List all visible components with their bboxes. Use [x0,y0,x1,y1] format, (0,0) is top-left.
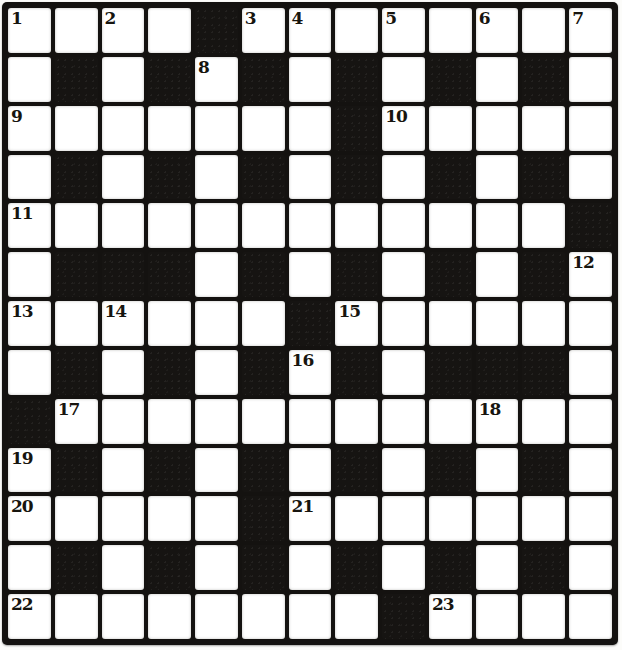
black-cell-r11c7 [335,545,378,590]
clue-number-3: 3 [245,8,256,28]
black-cell-r3c7 [335,155,378,200]
crossword-grid: 1234567891011121314151617181920212223 [2,2,618,645]
white-cell-r0c1[interactable] [55,8,98,53]
white-cell-r7c2[interactable] [102,350,145,395]
clue-number-1: 1 [11,8,22,28]
black-cell-r1c1 [55,57,98,102]
black-cell-r3c5 [242,155,285,200]
white-cell-r8c4[interactable] [195,399,238,444]
black-cell-r11c9 [429,545,472,590]
white-cell-r11c0[interactable] [8,545,51,590]
white-cell-r7c4[interactable] [195,350,238,395]
white-cell-r4c8[interactable] [382,203,425,248]
black-cell-r1c11 [522,57,565,102]
black-cell-r4c12 [569,203,612,248]
white-cell-r9c8[interactable] [382,448,425,493]
black-cell-r9c5 [242,448,285,493]
clue-number-10: 10 [385,106,407,126]
white-cell-r10c9[interactable] [429,496,472,541]
crossword-board: 1234567891011121314151617181920212223 [2,2,618,645]
white-cell-r2c0[interactable]: 9 [8,106,51,151]
white-cell-r10c0[interactable]: 20 [8,496,51,541]
white-cell-r1c4[interactable]: 8 [195,57,238,102]
clue-number-18: 18 [479,399,501,419]
white-cell-r5c6[interactable] [289,252,332,297]
white-cell-r6c1[interactable] [55,301,98,346]
black-cell-r5c2 [102,252,145,297]
clue-number-8: 8 [198,57,209,77]
white-cell-r10c2[interactable] [102,496,145,541]
white-cell-r8c2[interactable] [102,399,145,444]
white-cell-r0c3[interactable] [148,8,191,53]
white-cell-r0c7[interactable] [335,8,378,53]
black-cell-r9c3 [148,448,191,493]
black-cell-r5c1 [55,252,98,297]
white-cell-r3c10[interactable] [476,155,519,200]
black-cell-r9c11 [522,448,565,493]
black-cell-r7c1 [55,350,98,395]
black-cell-r7c3 [148,350,191,395]
white-cell-r9c6[interactable] [289,448,332,493]
white-cell-r0c2[interactable]: 2 [102,8,145,53]
clue-number-2: 2 [105,8,116,28]
clue-number-20: 20 [11,496,33,516]
white-cell-r4c0[interactable]: 11 [8,203,51,248]
black-cell-r0c4 [195,8,238,53]
white-cell-r2c11[interactable] [522,106,565,151]
clue-number-11: 11 [11,203,33,223]
white-cell-r5c4[interactable] [195,252,238,297]
white-cell-r6c3[interactable] [148,301,191,346]
white-cell-r1c12[interactable] [569,57,612,102]
white-cell-r12c10[interactable] [476,594,519,639]
clue-number-12: 12 [572,252,594,272]
black-cell-r1c3 [148,57,191,102]
white-cell-r5c0[interactable] [8,252,51,297]
white-cell-r3c4[interactable] [195,155,238,200]
white-cell-r0c0[interactable]: 1 [8,8,51,53]
white-cell-r7c12[interactable] [569,350,612,395]
clue-number-4: 4 [292,8,303,28]
white-cell-r4c6[interactable] [289,203,332,248]
white-cell-r12c3[interactable] [148,594,191,639]
black-cell-r9c1 [55,448,98,493]
white-cell-r7c8[interactable] [382,350,425,395]
black-cell-r12c8 [382,594,425,639]
white-cell-r6c0[interactable]: 13 [8,301,51,346]
black-cell-r7c7 [335,350,378,395]
white-cell-r11c12[interactable] [569,545,612,590]
black-cell-r7c9 [429,350,472,395]
white-cell-r7c6[interactable]: 16 [289,350,332,395]
white-cell-r2c4[interactable] [195,106,238,151]
white-cell-r4c11[interactable] [522,203,565,248]
white-cell-r11c6[interactable] [289,545,332,590]
black-cell-r5c7 [335,252,378,297]
white-cell-r1c10[interactable] [476,57,519,102]
white-cell-r8c6[interactable] [289,399,332,444]
white-cell-r11c4[interactable] [195,545,238,590]
white-cell-r7c0[interactable] [8,350,51,395]
clue-number-7: 7 [572,8,583,28]
black-cell-r2c7 [335,106,378,151]
white-cell-r2c3[interactable] [148,106,191,151]
white-cell-r12c4[interactable] [195,594,238,639]
white-cell-r2c10[interactable] [476,106,519,151]
white-cell-r2c2[interactable] [102,106,145,151]
black-cell-r1c5 [242,57,285,102]
white-cell-r2c9[interactable] [429,106,472,151]
black-cell-r11c1 [55,545,98,590]
black-cell-r9c9 [429,448,472,493]
white-cell-r11c10[interactable] [476,545,519,590]
white-cell-r3c6[interactable] [289,155,332,200]
black-cell-r9c7 [335,448,378,493]
white-cell-r8c10[interactable]: 18 [476,399,519,444]
white-cell-r2c12[interactable] [569,106,612,151]
black-cell-r5c3 [148,252,191,297]
white-cell-r4c10[interactable] [476,203,519,248]
white-cell-r1c2[interactable] [102,57,145,102]
white-cell-r4c2[interactable] [102,203,145,248]
black-cell-r3c1 [55,155,98,200]
white-cell-r10c11[interactable] [522,496,565,541]
white-cell-r10c1[interactable] [55,496,98,541]
white-cell-r6c4[interactable] [195,301,238,346]
black-cell-r7c10 [476,350,519,395]
white-cell-r6c12[interactable] [569,301,612,346]
white-cell-r4c3[interactable] [148,203,191,248]
white-cell-r6c10[interactable] [476,301,519,346]
black-cell-r11c3 [148,545,191,590]
black-cell-r5c5 [242,252,285,297]
white-cell-r8c1[interactable]: 17 [55,399,98,444]
white-cell-r5c12[interactable]: 12 [569,252,612,297]
white-cell-r6c11[interactable] [522,301,565,346]
white-cell-r8c3[interactable] [148,399,191,444]
clue-number-14: 14 [105,301,127,321]
white-cell-r9c0[interactable]: 19 [8,448,51,493]
white-cell-r3c0[interactable] [8,155,51,200]
white-cell-r12c7[interactable] [335,594,378,639]
clue-number-6: 6 [479,8,490,28]
black-cell-r8c0 [8,399,51,444]
white-cell-r9c10[interactable] [476,448,519,493]
white-cell-r10c6[interactable]: 21 [289,496,332,541]
white-cell-r0c10[interactable]: 6 [476,8,519,53]
white-cell-r0c6[interactable]: 4 [289,8,332,53]
white-cell-r11c2[interactable] [102,545,145,590]
white-cell-r12c0[interactable]: 22 [8,594,51,639]
white-cell-r0c5[interactable]: 3 [242,8,285,53]
white-cell-r12c11[interactable] [522,594,565,639]
white-cell-r12c2[interactable] [102,594,145,639]
black-cell-r7c5 [242,350,285,395]
black-cell-r1c9 [429,57,472,102]
white-cell-r4c9[interactable] [429,203,472,248]
white-cell-r2c8[interactable]: 10 [382,106,425,151]
black-cell-r1c7 [335,57,378,102]
white-cell-r5c8[interactable] [382,252,425,297]
black-cell-r3c9 [429,155,472,200]
white-cell-r1c8[interactable] [382,57,425,102]
black-cell-r7c11 [522,350,565,395]
white-cell-r12c12[interactable] [569,594,612,639]
white-cell-r6c5[interactable] [242,301,285,346]
black-cell-r11c11 [522,545,565,590]
white-cell-r10c10[interactable] [476,496,519,541]
black-cell-r10c5 [242,496,285,541]
white-cell-r0c9[interactable] [429,8,472,53]
black-cell-r6c6 [289,301,332,346]
white-cell-r0c8[interactable]: 5 [382,8,425,53]
clue-number-17: 17 [58,399,80,419]
white-cell-r1c0[interactable] [8,57,51,102]
white-cell-r3c2[interactable] [102,155,145,200]
clue-number-22: 22 [11,594,33,614]
clue-number-21: 21 [292,496,314,516]
clue-number-9: 9 [11,106,22,126]
white-cell-r10c3[interactable] [148,496,191,541]
white-cell-r2c1[interactable] [55,106,98,151]
black-cell-r3c3 [148,155,191,200]
white-cell-r6c9[interactable] [429,301,472,346]
black-cell-r3c11 [522,155,565,200]
white-cell-r9c2[interactable] [102,448,145,493]
clue-number-16: 16 [292,350,314,370]
white-cell-r10c7[interactable] [335,496,378,541]
white-cell-r4c7[interactable] [335,203,378,248]
white-cell-r0c11[interactable] [522,8,565,53]
white-cell-r9c12[interactable] [569,448,612,493]
clue-number-13: 13 [11,301,33,321]
white-cell-r6c7[interactable]: 15 [335,301,378,346]
white-cell-r12c1[interactable] [55,594,98,639]
white-cell-r8c9[interactable] [429,399,472,444]
white-cell-r8c12[interactable] [569,399,612,444]
black-cell-r5c9 [429,252,472,297]
white-cell-r4c4[interactable] [195,203,238,248]
white-cell-r8c11[interactable] [522,399,565,444]
black-cell-r5c11 [522,252,565,297]
clue-number-5: 5 [385,8,396,28]
white-cell-r8c8[interactable] [382,399,425,444]
white-cell-r5c10[interactable] [476,252,519,297]
white-cell-r4c1[interactable] [55,203,98,248]
white-cell-r6c2[interactable]: 14 [102,301,145,346]
black-cell-r11c5 [242,545,285,590]
white-cell-r3c12[interactable] [569,155,612,200]
white-cell-r6c8[interactable] [382,301,425,346]
white-cell-r10c12[interactable] [569,496,612,541]
clue-number-19: 19 [11,448,33,468]
white-cell-r3c8[interactable] [382,155,425,200]
white-cell-r0c12[interactable]: 7 [569,8,612,53]
white-cell-r12c6[interactable] [289,594,332,639]
white-cell-r8c5[interactable] [242,399,285,444]
white-cell-r2c6[interactable] [289,106,332,151]
clue-number-15: 15 [338,301,360,321]
white-cell-r12c5[interactable] [242,594,285,639]
white-cell-r12c9[interactable]: 23 [429,594,472,639]
clue-number-23: 23 [432,594,454,614]
white-cell-r2c5[interactable] [242,106,285,151]
white-cell-r10c4[interactable] [195,496,238,541]
white-cell-r8c7[interactable] [335,399,378,444]
white-cell-r4c5[interactable] [242,203,285,248]
white-cell-r9c4[interactable] [195,448,238,493]
white-cell-r1c6[interactable] [289,57,332,102]
white-cell-r10c8[interactable] [382,496,425,541]
white-cell-r11c8[interactable] [382,545,425,590]
